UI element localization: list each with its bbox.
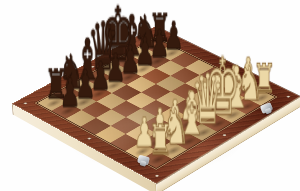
- black-pawn-icon: ♟: [44, 73, 95, 112]
- chessboard: ♜♞♝♛♚♝♞♜♟♟♟♟♟♟♟♟♟♟♟♟♟♟♟♟♜♞♝♛♚♝♞♜: [12, 26, 300, 184]
- metal-clasp-front: [137, 155, 150, 165]
- scene: ♜♞♝♛♚♝♞♜♟♟♟♟♟♟♟♟♟♟♟♟♟♟♟♟♜♞♝♛♚♝♞♜: [0, 0, 300, 191]
- product-photo: ♜♞♝♛♚♝♞♜♟♟♟♟♟♟♟♟♟♟♟♟♟♟♟♟♜♞♝♛♚♝♞♜: [0, 0, 300, 191]
